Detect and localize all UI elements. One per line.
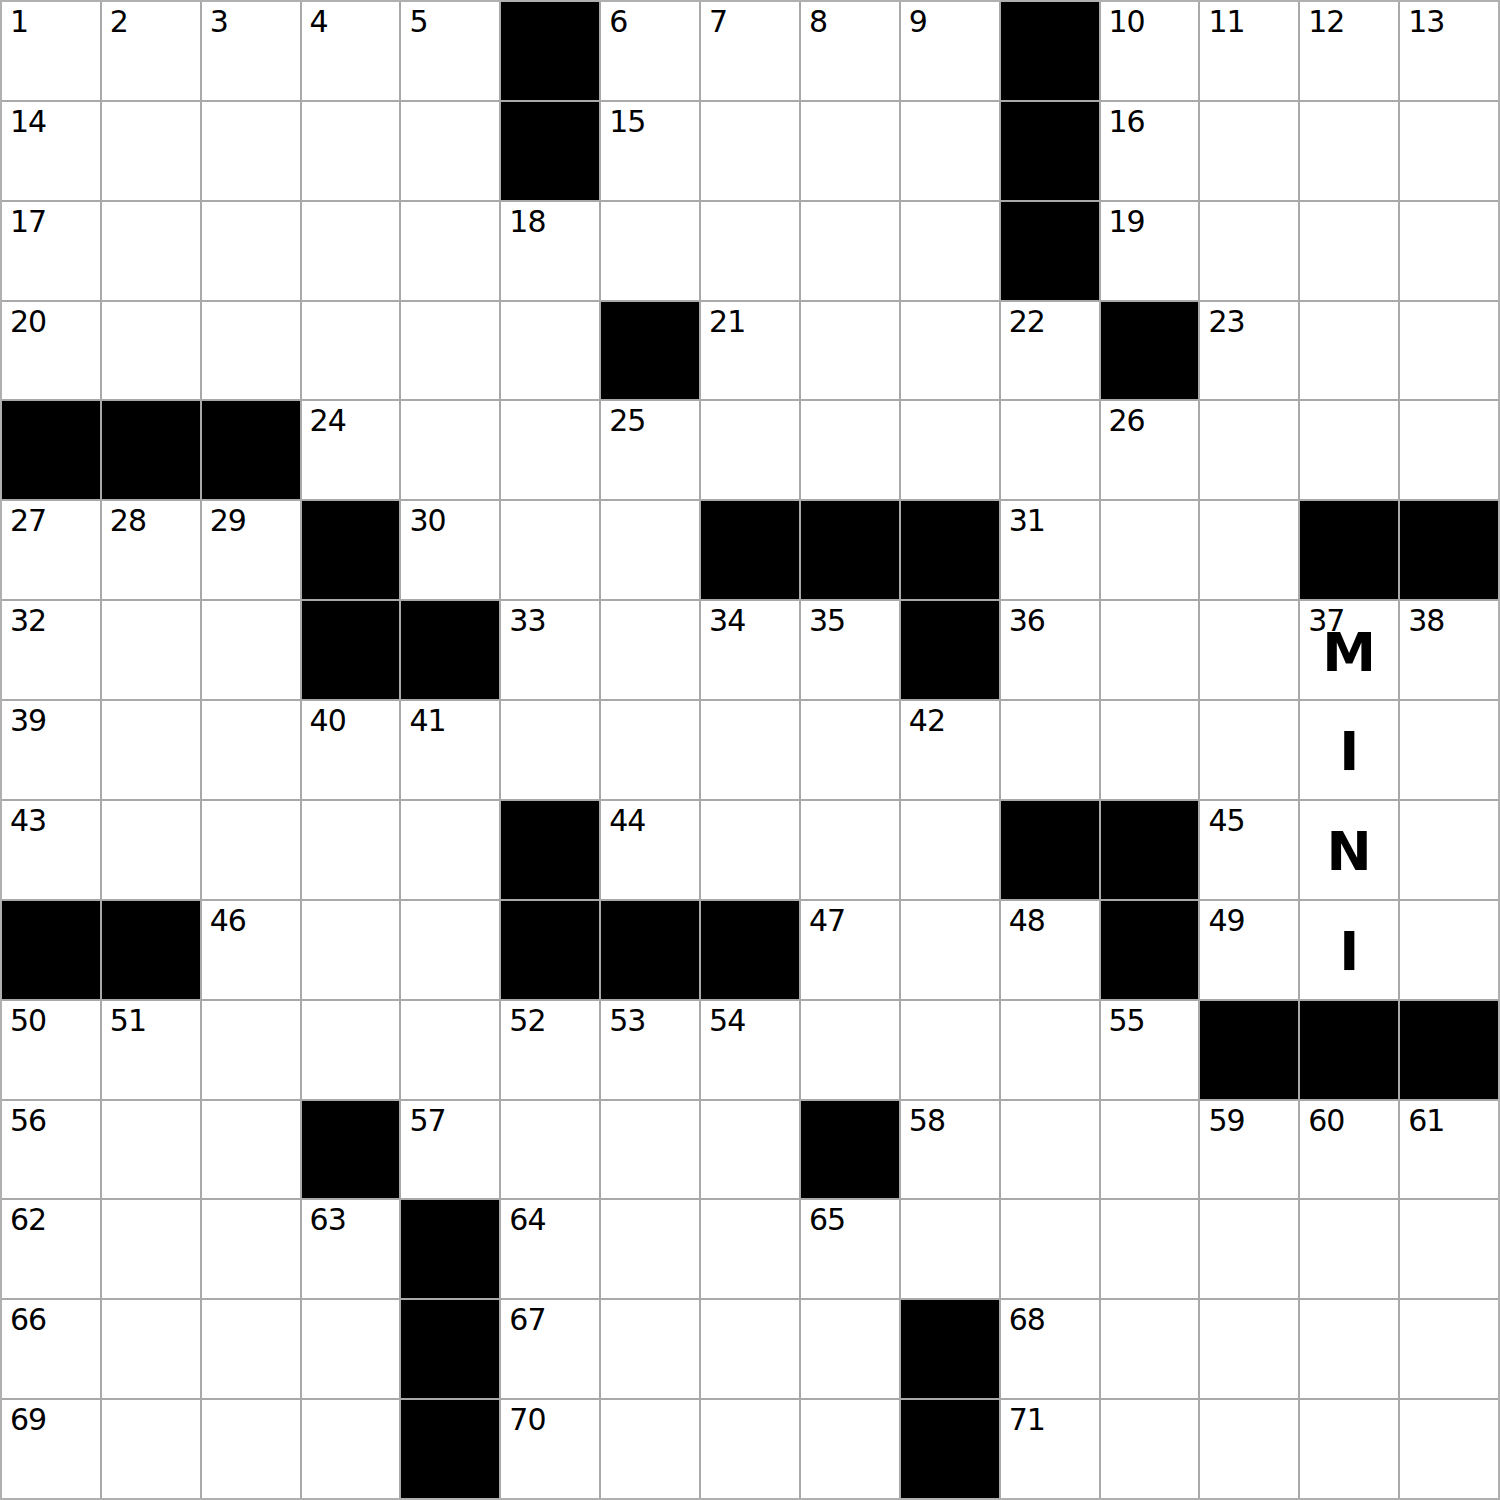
grid-cell[interactable] bbox=[901, 302, 999, 400]
clue-number: 54 bbox=[709, 1004, 745, 1037]
clue-number: 52 bbox=[509, 1004, 545, 1037]
clue-number: 59 bbox=[1208, 1104, 1244, 1137]
black-cell bbox=[501, 102, 599, 200]
grid-cell[interactable] bbox=[601, 1300, 699, 1398]
black-cell bbox=[302, 501, 400, 599]
grid-cell[interactable]: 17 bbox=[2, 202, 100, 300]
black-cell bbox=[1101, 302, 1199, 400]
black-cell bbox=[801, 1101, 899, 1199]
grid-cell[interactable] bbox=[302, 202, 400, 300]
grid-cell[interactable]: 1 bbox=[2, 2, 100, 100]
clue-number: 12 bbox=[1308, 5, 1344, 38]
clue-number: 69 bbox=[10, 1403, 46, 1436]
grid-cell[interactable] bbox=[501, 401, 599, 499]
grid-cell[interactable]: 5 bbox=[401, 2, 499, 100]
grid-cell[interactable]: 15 bbox=[601, 102, 699, 200]
grid-cell[interactable] bbox=[1101, 1101, 1199, 1199]
grid-cell[interactable] bbox=[302, 1300, 400, 1398]
black-cell bbox=[2, 901, 100, 999]
grid-cell[interactable]: 23 bbox=[1200, 302, 1298, 400]
grid-cell[interactable] bbox=[801, 1001, 899, 1099]
grid-cell[interactable] bbox=[1300, 1200, 1398, 1298]
grid-cell[interactable] bbox=[1300, 202, 1398, 300]
clue-number: 43 bbox=[10, 804, 46, 837]
grid-cell[interactable]: 40 bbox=[302, 701, 400, 799]
clue-number: 10 bbox=[1109, 5, 1145, 38]
grid-cell[interactable]: 19 bbox=[1101, 202, 1199, 300]
grid-cell[interactable]: 42 bbox=[901, 701, 999, 799]
grid-cell[interactable] bbox=[701, 401, 799, 499]
grid-cell[interactable]: 22 bbox=[1001, 302, 1099, 400]
grid-cell[interactable] bbox=[1200, 1200, 1298, 1298]
grid-cell[interactable] bbox=[701, 1300, 799, 1398]
grid-cell[interactable] bbox=[102, 202, 200, 300]
clue-number: 50 bbox=[10, 1004, 46, 1037]
clue-number: 42 bbox=[909, 704, 945, 737]
grid-cell[interactable] bbox=[102, 701, 200, 799]
black-cell bbox=[501, 2, 599, 100]
grid-cell[interactable]: 54 bbox=[701, 1001, 799, 1099]
clue-number: 61 bbox=[1408, 1104, 1444, 1137]
clue-number: 51 bbox=[110, 1004, 146, 1037]
grid-cell[interactable] bbox=[202, 302, 300, 400]
grid-cell[interactable] bbox=[701, 202, 799, 300]
grid-cell[interactable] bbox=[401, 901, 499, 999]
grid-cell[interactable] bbox=[202, 601, 300, 699]
grid-cell[interactable]: 35 bbox=[801, 601, 899, 699]
black-cell bbox=[901, 1300, 999, 1398]
grid-cell[interactable]: 43 bbox=[2, 801, 100, 899]
clue-number: 68 bbox=[1009, 1303, 1045, 1336]
grid-cell[interactable]: 11 bbox=[1200, 2, 1298, 100]
grid-cell[interactable]: 45 bbox=[1200, 801, 1298, 899]
black-cell bbox=[1001, 202, 1099, 300]
clue-number: 57 bbox=[409, 1104, 445, 1137]
grid-cell[interactable] bbox=[501, 701, 599, 799]
clue-number: 44 bbox=[609, 804, 645, 837]
grid-cell[interactable] bbox=[401, 401, 499, 499]
grid-cell[interactable]: 21 bbox=[701, 302, 799, 400]
grid-cell[interactable] bbox=[901, 1200, 999, 1298]
grid-cell[interactable] bbox=[1001, 1101, 1099, 1199]
clue-number: 40 bbox=[310, 704, 346, 737]
grid-cell[interactable]: 51 bbox=[102, 1001, 200, 1099]
clue-number: 4 bbox=[310, 5, 328, 38]
grid-cell[interactable]: 46 bbox=[202, 901, 300, 999]
grid-cell[interactable]: 53 bbox=[601, 1001, 699, 1099]
grid-cell[interactable] bbox=[1400, 701, 1498, 799]
grid-cell[interactable] bbox=[1001, 1200, 1099, 1298]
grid-cell[interactable] bbox=[102, 1200, 200, 1298]
grid-cell[interactable] bbox=[202, 1101, 300, 1199]
clue-number: 64 bbox=[509, 1203, 545, 1236]
clue-number: 3 bbox=[210, 5, 228, 38]
grid-cell[interactable]: 64 bbox=[501, 1200, 599, 1298]
grid-cell[interactable]: 37M bbox=[1300, 601, 1398, 699]
grid-cell[interactable] bbox=[202, 1400, 300, 1498]
grid-cell[interactable] bbox=[102, 302, 200, 400]
clue-number: 38 bbox=[1408, 604, 1444, 637]
clue-number: 66 bbox=[10, 1303, 46, 1336]
grid-cell[interactable]: 63 bbox=[302, 1200, 400, 1298]
grid-cell[interactable]: 39 bbox=[2, 701, 100, 799]
clue-number: 14 bbox=[10, 105, 46, 138]
grid-cell[interactable]: 59 bbox=[1200, 1101, 1298, 1199]
clue-number: 11 bbox=[1208, 5, 1244, 38]
clue-number: 5 bbox=[409, 5, 427, 38]
black-cell bbox=[601, 302, 699, 400]
grid-cell[interactable] bbox=[202, 701, 300, 799]
grid-cell[interactable] bbox=[1200, 202, 1298, 300]
grid-cell[interactable]: 61 bbox=[1400, 1101, 1498, 1199]
grid-cell[interactable]: 18 bbox=[501, 202, 599, 300]
clue-number: 53 bbox=[609, 1004, 645, 1037]
grid-cell[interactable] bbox=[302, 1001, 400, 1099]
black-cell bbox=[901, 501, 999, 599]
black-cell bbox=[202, 401, 300, 499]
grid-cell[interactable] bbox=[601, 1200, 699, 1298]
clue-number: 49 bbox=[1208, 904, 1244, 937]
grid-cell[interactable]: 50 bbox=[2, 1001, 100, 1099]
clue-number: 13 bbox=[1408, 5, 1444, 38]
grid-cell[interactable] bbox=[401, 302, 499, 400]
grid-cell[interactable] bbox=[401, 202, 499, 300]
clue-number: 46 bbox=[210, 904, 246, 937]
grid-cell[interactable] bbox=[1200, 1300, 1298, 1398]
grid-cell[interactable]: 68 bbox=[1001, 1300, 1099, 1398]
black-cell bbox=[1001, 102, 1099, 200]
clue-number: 32 bbox=[10, 604, 46, 637]
grid-cell[interactable] bbox=[302, 901, 400, 999]
clue-number: 63 bbox=[310, 1203, 346, 1236]
clue-number: 41 bbox=[409, 704, 445, 737]
grid-cell[interactable] bbox=[1001, 401, 1099, 499]
grid-cell[interactable]: 34 bbox=[701, 601, 799, 699]
grid-cell[interactable]: 44 bbox=[601, 801, 699, 899]
grid-cell[interactable] bbox=[102, 1400, 200, 1498]
black-cell bbox=[901, 601, 999, 699]
grid-cell[interactable]: 33 bbox=[501, 601, 599, 699]
clue-number: 24 bbox=[310, 404, 346, 437]
grid-cell[interactable]: 3 bbox=[202, 2, 300, 100]
clue-number: 28 bbox=[110, 504, 146, 537]
black-cell bbox=[701, 901, 799, 999]
grid-cell[interactable] bbox=[801, 202, 899, 300]
grid-cell[interactable] bbox=[102, 1101, 200, 1199]
grid-cell[interactable]: 67 bbox=[501, 1300, 599, 1398]
grid-cell[interactable]: 29 bbox=[202, 501, 300, 599]
black-cell bbox=[501, 801, 599, 899]
cell-letter: I bbox=[1300, 901, 1398, 999]
grid-cell[interactable]: 58 bbox=[901, 1101, 999, 1199]
grid-cell[interactable] bbox=[302, 302, 400, 400]
black-cell bbox=[1300, 501, 1398, 599]
black-cell bbox=[302, 1101, 400, 1199]
grid-cell[interactable] bbox=[1400, 1300, 1498, 1398]
grid-cell[interactable] bbox=[1101, 501, 1199, 599]
clue-number: 67 bbox=[509, 1303, 545, 1336]
black-cell bbox=[1001, 2, 1099, 100]
grid-cell[interactable]: 62 bbox=[2, 1200, 100, 1298]
grid-cell[interactable]: 48 bbox=[1001, 901, 1099, 999]
clue-number: 31 bbox=[1009, 504, 1045, 537]
grid-cell[interactable]: 57 bbox=[401, 1101, 499, 1199]
black-cell bbox=[401, 1400, 499, 1498]
black-cell bbox=[401, 601, 499, 699]
grid-cell[interactable] bbox=[401, 801, 499, 899]
clue-number: 26 bbox=[1109, 404, 1145, 437]
grid-cell[interactable]: 27 bbox=[2, 501, 100, 599]
grid-cell[interactable] bbox=[1200, 601, 1298, 699]
grid-cell[interactable]: 2 bbox=[102, 2, 200, 100]
grid-cell[interactable] bbox=[1400, 801, 1498, 899]
grid-cell[interactable] bbox=[801, 801, 899, 899]
grid-cell[interactable]: 31 bbox=[1001, 501, 1099, 599]
grid-cell[interactable]: 55 bbox=[1101, 1001, 1199, 1099]
clue-number: 29 bbox=[210, 504, 246, 537]
grid-cell[interactable] bbox=[1400, 102, 1498, 200]
grid-cell[interactable] bbox=[1300, 1400, 1398, 1498]
grid-cell[interactable] bbox=[601, 1101, 699, 1199]
grid-cell[interactable] bbox=[1300, 102, 1398, 200]
black-cell bbox=[1300, 1001, 1398, 1099]
grid-cell[interactable] bbox=[1400, 901, 1498, 999]
clue-number: 9 bbox=[909, 5, 927, 38]
grid-cell[interactable] bbox=[901, 102, 999, 200]
grid-cell[interactable] bbox=[1300, 302, 1398, 400]
grid-cell[interactable]: 13 bbox=[1400, 2, 1498, 100]
black-cell bbox=[401, 1200, 499, 1298]
clue-number: 27 bbox=[10, 504, 46, 537]
grid-cell[interactable] bbox=[202, 1300, 300, 1398]
grid-cell[interactable] bbox=[501, 501, 599, 599]
grid-cell[interactable]: 12 bbox=[1300, 2, 1398, 100]
grid-cell[interactable]: I bbox=[1300, 701, 1398, 799]
grid-cell[interactable] bbox=[401, 102, 499, 200]
grid-cell[interactable]: 30 bbox=[401, 501, 499, 599]
grid-cell[interactable] bbox=[601, 601, 699, 699]
clue-number: 39 bbox=[10, 704, 46, 737]
grid-cell[interactable] bbox=[1101, 1200, 1199, 1298]
grid-cell[interactable]: 8 bbox=[801, 2, 899, 100]
grid-cell[interactable] bbox=[801, 401, 899, 499]
grid-cell[interactable] bbox=[302, 801, 400, 899]
grid-cell[interactable]: 38 bbox=[1400, 601, 1498, 699]
grid-cell[interactable]: 6 bbox=[601, 2, 699, 100]
clue-number: 19 bbox=[1109, 205, 1145, 238]
clue-number: 20 bbox=[10, 305, 46, 338]
grid-cell[interactable]: 20 bbox=[2, 302, 100, 400]
clue-number: 48 bbox=[1009, 904, 1045, 937]
cell-letter: M bbox=[1300, 601, 1398, 699]
grid-cell[interactable] bbox=[1101, 601, 1199, 699]
black-cell bbox=[102, 901, 200, 999]
grid-cell[interactable] bbox=[202, 202, 300, 300]
grid-cell[interactable] bbox=[202, 102, 300, 200]
grid-cell[interactable] bbox=[1200, 701, 1298, 799]
grid-cell[interactable]: 69 bbox=[2, 1400, 100, 1498]
black-cell bbox=[601, 901, 699, 999]
grid-cell[interactable]: 41 bbox=[401, 701, 499, 799]
grid-cell[interactable] bbox=[102, 601, 200, 699]
grid-cell[interactable] bbox=[1101, 701, 1199, 799]
grid-cell[interactable] bbox=[202, 1200, 300, 1298]
clue-number: 65 bbox=[809, 1203, 845, 1236]
grid-cell[interactable] bbox=[102, 801, 200, 899]
clue-number: 30 bbox=[409, 504, 445, 537]
clue-number: 21 bbox=[709, 305, 745, 338]
black-cell bbox=[2, 401, 100, 499]
grid-cell[interactable] bbox=[202, 1001, 300, 1099]
clue-number: 35 bbox=[809, 604, 845, 637]
grid-cell[interactable] bbox=[1300, 1300, 1398, 1398]
grid-cell[interactable] bbox=[701, 1200, 799, 1298]
grid-cell[interactable]: I bbox=[1300, 901, 1398, 999]
grid-cell[interactable] bbox=[1101, 1300, 1199, 1398]
grid-cell[interactable] bbox=[1200, 501, 1298, 599]
clue-number: 60 bbox=[1308, 1104, 1344, 1137]
grid-cell[interactable] bbox=[901, 1001, 999, 1099]
grid-cell[interactable] bbox=[901, 401, 999, 499]
grid-cell[interactable] bbox=[302, 1400, 400, 1498]
grid-cell[interactable] bbox=[1001, 1001, 1099, 1099]
grid-cell[interactable] bbox=[1200, 1400, 1298, 1498]
grid-cell[interactable]: 25 bbox=[601, 401, 699, 499]
clue-number: 55 bbox=[1109, 1004, 1145, 1037]
grid-cell[interactable]: 49 bbox=[1200, 901, 1298, 999]
clue-number: 71 bbox=[1009, 1403, 1045, 1436]
black-cell bbox=[701, 501, 799, 599]
grid-cell[interactable] bbox=[1200, 102, 1298, 200]
grid-cell[interactable]: 60 bbox=[1300, 1101, 1398, 1199]
grid-cell[interactable] bbox=[701, 1400, 799, 1498]
clue-number: 58 bbox=[909, 1104, 945, 1137]
grid-cell[interactable]: 71 bbox=[1001, 1400, 1099, 1498]
grid-cell[interactable] bbox=[102, 102, 200, 200]
grid-cell[interactable] bbox=[901, 202, 999, 300]
black-cell bbox=[1101, 901, 1199, 999]
grid-cell[interactable] bbox=[801, 102, 899, 200]
grid-cell[interactable]: 56 bbox=[2, 1101, 100, 1199]
grid-cell[interactable] bbox=[701, 102, 799, 200]
grid-cell[interactable] bbox=[202, 801, 300, 899]
black-cell bbox=[401, 1300, 499, 1398]
clue-number: 15 bbox=[609, 105, 645, 138]
grid-cell[interactable] bbox=[601, 1400, 699, 1498]
grid-cell[interactable]: 36 bbox=[1001, 601, 1099, 699]
clue-number: 7 bbox=[709, 5, 727, 38]
grid-cell[interactable]: 9 bbox=[901, 2, 999, 100]
grid-cell[interactable]: 32 bbox=[2, 601, 100, 699]
grid-cell[interactable] bbox=[901, 901, 999, 999]
grid-cell[interactable] bbox=[701, 701, 799, 799]
black-cell bbox=[501, 901, 599, 999]
black-cell bbox=[1001, 801, 1099, 899]
grid-cell[interactable] bbox=[1200, 401, 1298, 499]
grid-cell[interactable]: 16 bbox=[1101, 102, 1199, 200]
grid-cell[interactable] bbox=[501, 302, 599, 400]
grid-cell[interactable]: 7 bbox=[701, 2, 799, 100]
clue-number: 34 bbox=[709, 604, 745, 637]
grid-cell[interactable] bbox=[102, 1300, 200, 1398]
clue-number: 45 bbox=[1208, 804, 1244, 837]
black-cell bbox=[1400, 501, 1498, 599]
grid-cell[interactable]: 10 bbox=[1101, 2, 1199, 100]
clue-number: 25 bbox=[609, 404, 645, 437]
clue-number: 47 bbox=[809, 904, 845, 937]
grid-cell[interactable] bbox=[601, 202, 699, 300]
grid-cell[interactable]: 28 bbox=[102, 501, 200, 599]
cell-letter: I bbox=[1300, 701, 1398, 799]
clue-number: 22 bbox=[1009, 305, 1045, 338]
grid-cell[interactable]: 47 bbox=[801, 901, 899, 999]
grid-cell[interactable]: N bbox=[1300, 801, 1398, 899]
grid-cell[interactable] bbox=[701, 801, 799, 899]
grid-cell[interactable] bbox=[701, 1101, 799, 1199]
grid-cell[interactable] bbox=[801, 1400, 899, 1498]
grid-cell[interactable] bbox=[601, 501, 699, 599]
grid-cell[interactable] bbox=[601, 701, 699, 799]
clue-number: 56 bbox=[10, 1104, 46, 1137]
clue-number: 36 bbox=[1009, 604, 1045, 637]
grid-cell[interactable] bbox=[801, 1300, 899, 1398]
clue-number: 1 bbox=[10, 5, 28, 38]
clue-number: 17 bbox=[10, 205, 46, 238]
black-cell bbox=[1200, 1001, 1298, 1099]
clue-number: 62 bbox=[10, 1203, 46, 1236]
black-cell bbox=[901, 1400, 999, 1498]
grid-cell[interactable]: 66 bbox=[2, 1300, 100, 1398]
grid-cell[interactable]: 14 bbox=[2, 102, 100, 200]
black-cell bbox=[1400, 1001, 1498, 1099]
clue-number: 23 bbox=[1208, 305, 1244, 338]
grid-cell[interactable] bbox=[401, 1001, 499, 1099]
grid-cell[interactable]: 70 bbox=[501, 1400, 599, 1498]
clue-number: 70 bbox=[509, 1403, 545, 1436]
clue-number: 8 bbox=[809, 5, 827, 38]
grid-cell[interactable] bbox=[1400, 1400, 1498, 1498]
clue-number: 6 bbox=[609, 5, 627, 38]
grid-cell[interactable]: 65 bbox=[801, 1200, 899, 1298]
grid-cell[interactable] bbox=[1400, 1200, 1498, 1298]
black-cell bbox=[102, 401, 200, 499]
grid-cell[interactable]: 24 bbox=[302, 401, 400, 499]
grid-cell[interactable] bbox=[1101, 1400, 1199, 1498]
grid-cell[interactable]: 4 bbox=[302, 2, 400, 100]
clue-number: 2 bbox=[110, 5, 128, 38]
grid-cell[interactable] bbox=[901, 801, 999, 899]
clue-number: 33 bbox=[509, 604, 545, 637]
black-cell bbox=[302, 601, 400, 699]
black-cell bbox=[801, 501, 899, 599]
grid-cell[interactable] bbox=[1400, 401, 1498, 499]
grid-cell[interactable] bbox=[1400, 302, 1498, 400]
clue-number: 16 bbox=[1109, 105, 1145, 138]
black-cell bbox=[1101, 801, 1199, 899]
grid-cell[interactable] bbox=[1300, 401, 1398, 499]
grid-cell[interactable] bbox=[1001, 701, 1099, 799]
grid-cell[interactable] bbox=[801, 302, 899, 400]
clue-number: 18 bbox=[509, 205, 545, 238]
cell-letter: N bbox=[1300, 801, 1398, 899]
grid-cell[interactable]: 52 bbox=[501, 1001, 599, 1099]
grid-cell[interactable] bbox=[501, 1101, 599, 1199]
crossword-grid: 1234567891011121314151617181920212223242… bbox=[0, 0, 1500, 1500]
grid-cell[interactable] bbox=[801, 701, 899, 799]
grid-cell[interactable] bbox=[1400, 202, 1498, 300]
grid-cell[interactable]: 26 bbox=[1101, 401, 1199, 499]
grid-cell[interactable] bbox=[302, 102, 400, 200]
